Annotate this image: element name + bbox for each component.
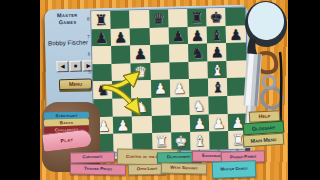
square-g5[interactable]: ♝ bbox=[208, 61, 228, 79]
black-pawn-a7[interactable]: ♟ bbox=[92, 28, 112, 46]
white-bishop-g5[interactable]: ♝ bbox=[208, 61, 228, 79]
rank-label-4: 4 bbox=[84, 81, 91, 99]
square-c2[interactable] bbox=[132, 115, 152, 133]
white-bishop-f1[interactable]: ♝ bbox=[190, 132, 210, 150]
black-rook-a8[interactable]: ♜ bbox=[91, 11, 111, 29]
square-f2[interactable]: ♟ bbox=[190, 114, 210, 132]
black-knight-f6[interactable]: ♞ bbox=[188, 44, 208, 62]
square-c8[interactable] bbox=[130, 10, 150, 28]
square-f5[interactable] bbox=[188, 61, 208, 79]
app-window: Master Games Bobby Fischer ◀ ■ ▶ Menu D.… bbox=[40, 0, 288, 180]
mode-title-line2: Games bbox=[58, 18, 76, 24]
square-a4[interactable]: ♞ bbox=[93, 81, 113, 99]
square-f7[interactable]: ♟ bbox=[188, 26, 208, 44]
square-f4[interactable] bbox=[189, 79, 209, 97]
black-bishop-g7[interactable]: ♝ bbox=[207, 26, 227, 44]
square-e6[interactable] bbox=[169, 44, 189, 62]
rank-label-8: 8 bbox=[82, 10, 89, 28]
metal-ring bbox=[262, 88, 282, 108]
square-e3[interactable] bbox=[170, 97, 190, 115]
rank-label-7: 7 bbox=[83, 28, 90, 46]
stop-button[interactable]: ■ bbox=[69, 61, 81, 72]
square-d5[interactable] bbox=[150, 62, 170, 80]
square-e7[interactable]: ♟ bbox=[168, 27, 188, 45]
tab-checkmate[interactable]: Checkmate bbox=[70, 151, 115, 163]
white-pawn-g2[interactable]: ♟ bbox=[209, 114, 229, 132]
square-g8[interactable]: ♚ bbox=[206, 8, 226, 26]
white-pawn-f2[interactable]: ♟ bbox=[190, 114, 210, 132]
square-c3[interactable]: ♞ bbox=[132, 98, 152, 116]
black-bishop-g4[interactable]: ♝ bbox=[208, 78, 228, 96]
square-g6[interactable]: ♟ bbox=[207, 43, 227, 61]
square-c6[interactable]: ♟ bbox=[130, 45, 150, 63]
tab-trapped-pieces[interactable]: Trapped Pieces bbox=[70, 164, 126, 176]
square-f3[interactable]: ♞ bbox=[189, 96, 209, 114]
square-a6[interactable] bbox=[92, 46, 112, 64]
square-d2[interactable] bbox=[151, 115, 171, 133]
chess-board[interactable]: ♜♛♜♚♟♟♟♟♝♟♟♞♟♛♝♞♟♟♝♞♞♟♟♟♟♟♜♚♝♜ bbox=[90, 7, 249, 154]
square-b4[interactable] bbox=[112, 81, 132, 99]
tab-master-games[interactable]: Master Games bbox=[212, 160, 257, 179]
black-pawn-g6[interactable]: ♟ bbox=[207, 43, 227, 61]
black-knight-a4[interactable]: ♞ bbox=[93, 81, 113, 99]
square-f8[interactable]: ♜ bbox=[187, 9, 207, 27]
square-d8[interactable]: ♛ bbox=[149, 9, 169, 27]
mode-title-line1: Master bbox=[57, 12, 78, 19]
white-knight-f3[interactable]: ♞ bbox=[189, 96, 209, 114]
square-e1[interactable]: ♚ bbox=[171, 132, 191, 150]
white-queen-c5[interactable]: ♛ bbox=[131, 63, 151, 81]
white-rook-d1[interactable]: ♜ bbox=[152, 133, 172, 151]
white-pawn-d4[interactable]: ♟ bbox=[151, 80, 171, 98]
square-e8[interactable] bbox=[168, 9, 188, 27]
square-d4[interactable]: ♟ bbox=[151, 80, 171, 98]
black-rook-f8[interactable]: ♜ bbox=[187, 9, 207, 27]
tab-weak-squares[interactable]: Weak Squares bbox=[161, 162, 207, 174]
metal-ring-small bbox=[263, 76, 275, 88]
square-g3[interactable] bbox=[208, 96, 228, 114]
square-b8[interactable] bbox=[110, 10, 130, 28]
square-b6[interactable] bbox=[111, 46, 131, 64]
black-pawn-b7[interactable]: ♟ bbox=[111, 28, 131, 46]
square-a8[interactable]: ♜ bbox=[91, 11, 111, 29]
white-king-e1[interactable]: ♚ bbox=[171, 132, 191, 150]
white-knight-c3[interactable]: ♞ bbox=[132, 98, 152, 116]
square-e4[interactable]: ♟ bbox=[170, 79, 190, 97]
square-d1[interactable]: ♜ bbox=[152, 133, 172, 151]
step-back-button[interactable]: ◀ bbox=[56, 61, 68, 72]
black-king-g8[interactable]: ♚ bbox=[206, 8, 226, 26]
square-c7[interactable] bbox=[130, 28, 150, 46]
square-a7[interactable]: ♟ bbox=[92, 28, 112, 46]
square-a5[interactable] bbox=[93, 64, 113, 82]
square-d6[interactable] bbox=[150, 45, 170, 63]
rank-label-5: 5 bbox=[84, 63, 91, 81]
black-pawn-f7[interactable]: ♟ bbox=[188, 26, 208, 44]
square-g4[interactable]: ♝ bbox=[208, 78, 228, 96]
square-f6[interactable]: ♞ bbox=[188, 44, 208, 62]
square-e2[interactable] bbox=[171, 115, 191, 133]
square-b3[interactable] bbox=[113, 98, 133, 116]
square-g2[interactable]: ♟ bbox=[209, 114, 229, 132]
square-b5[interactable] bbox=[112, 63, 132, 81]
square-e5[interactable] bbox=[169, 62, 189, 80]
square-d3[interactable] bbox=[151, 97, 171, 115]
black-pawn-c6[interactable]: ♟ bbox=[130, 45, 150, 63]
square-c5[interactable]: ♛ bbox=[131, 63, 151, 81]
square-b2[interactable]: ♟ bbox=[113, 116, 133, 134]
square-f1[interactable]: ♝ bbox=[190, 132, 210, 150]
rank-label-6: 6 bbox=[83, 46, 90, 64]
square-b7[interactable]: ♟ bbox=[111, 28, 131, 46]
white-pawn-b2[interactable]: ♟ bbox=[113, 116, 133, 134]
square-c4[interactable] bbox=[131, 80, 151, 98]
black-pawn-e7[interactable]: ♟ bbox=[168, 27, 188, 45]
square-d7[interactable] bbox=[149, 27, 169, 45]
square-g7[interactable]: ♝ bbox=[207, 26, 227, 44]
white-pawn-e4[interactable]: ♟ bbox=[170, 79, 190, 97]
black-queen-d8[interactable]: ♛ bbox=[149, 9, 169, 27]
square-g1[interactable] bbox=[209, 131, 229, 149]
